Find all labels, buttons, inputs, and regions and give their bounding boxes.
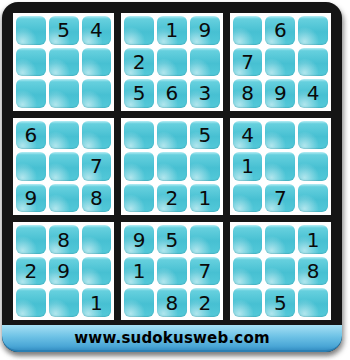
cell-r7c3[interactable] [82,225,112,254]
cell-r9c2[interactable] [49,288,79,317]
cell-r1c3[interactable]: 4 [82,16,112,45]
cell-r7c1[interactable] [16,225,46,254]
cell-r5c7[interactable]: 1 [233,152,263,181]
box-6: 417 [230,118,331,216]
cell-r4c6[interactable]: 5 [190,121,220,150]
cell-r4c2[interactable] [49,121,79,150]
cell-r7c8[interactable] [265,225,295,254]
cell-r7c4[interactable]: 9 [124,225,154,254]
cell-r8c5[interactable] [157,257,187,286]
cell-r9c8[interactable]: 5 [265,288,295,317]
cell-r7c9[interactable]: 1 [298,225,328,254]
box-1: 54 [13,13,114,111]
cell-r3c7[interactable]: 8 [233,79,263,108]
sudoku-grid: 541925636789467985214178291951782185 [13,13,331,320]
cell-r4c9[interactable] [298,121,328,150]
cell-r3c8[interactable]: 9 [265,79,295,108]
cell-r9c6[interactable]: 2 [190,288,220,317]
cell-r8c3[interactable] [82,257,112,286]
cell-r5c3[interactable]: 7 [82,152,112,181]
cell-r5c4[interactable] [124,152,154,181]
cell-r1c8[interactable]: 6 [265,16,295,45]
cell-r2c1[interactable] [16,48,46,77]
cell-r9c9[interactable] [298,288,328,317]
cell-r2c6[interactable] [190,48,220,77]
cell-r4c4[interactable] [124,121,154,150]
cell-r4c8[interactable] [265,121,295,150]
cell-r8c6[interactable]: 7 [190,257,220,286]
cell-r5c5[interactable] [157,152,187,181]
cell-r3c6[interactable]: 3 [190,79,220,108]
box-7: 8291 [13,222,114,320]
cell-r9c1[interactable] [16,288,46,317]
cell-r3c1[interactable] [16,79,46,108]
cell-r6c4[interactable] [124,184,154,213]
sudoku-board: 541925636789467985214178291951782185 www… [2,2,342,352]
cell-r2c4[interactable]: 2 [124,48,154,77]
cell-r1c7[interactable] [233,16,263,45]
cell-r6c7[interactable] [233,184,263,213]
cell-r7c5[interactable]: 5 [157,225,187,254]
cell-r8c7[interactable] [233,257,263,286]
cell-r7c6[interactable] [190,225,220,254]
cell-r1c6[interactable]: 9 [190,16,220,45]
cell-r8c4[interactable]: 1 [124,257,154,286]
cell-r5c6[interactable] [190,152,220,181]
cell-r6c8[interactable]: 7 [265,184,295,213]
site-url[interactable]: www.sudokusweb.com [74,329,269,347]
cell-r8c2[interactable]: 9 [49,257,79,286]
cell-r3c9[interactable]: 4 [298,79,328,108]
cell-r5c8[interactable] [265,152,295,181]
cell-r2c5[interactable] [157,48,187,77]
box-2: 192563 [121,13,222,111]
cell-r2c3[interactable] [82,48,112,77]
cell-r2c9[interactable] [298,48,328,77]
cell-r3c4[interactable]: 5 [124,79,154,108]
footer-banner: www.sudokusweb.com [2,325,342,352]
box-3: 67894 [230,13,331,111]
cell-r4c1[interactable]: 6 [16,121,46,150]
cell-r6c6[interactable]: 1 [190,184,220,213]
cell-r9c7[interactable] [233,288,263,317]
cell-r7c2[interactable]: 8 [49,225,79,254]
cell-r5c1[interactable] [16,152,46,181]
cell-r9c4[interactable] [124,288,154,317]
cell-r4c3[interactable] [82,121,112,150]
cell-r9c5[interactable]: 8 [157,288,187,317]
box-5: 521 [121,118,222,216]
box-4: 6798 [13,118,114,216]
cell-r3c2[interactable] [49,79,79,108]
cell-r1c4[interactable] [124,16,154,45]
cell-r6c5[interactable]: 2 [157,184,187,213]
cell-r1c1[interactable] [16,16,46,45]
cell-r1c9[interactable] [298,16,328,45]
box-8: 951782 [121,222,222,320]
cell-r8c8[interactable] [265,257,295,286]
cell-r5c9[interactable] [298,152,328,181]
cell-r2c2[interactable] [49,48,79,77]
cell-r4c5[interactable] [157,121,187,150]
cell-r7c7[interactable] [233,225,263,254]
cell-r6c2[interactable] [49,184,79,213]
cell-r1c2[interactable]: 5 [49,16,79,45]
cell-r3c3[interactable] [82,79,112,108]
box-9: 185 [230,222,331,320]
cell-r8c9[interactable]: 8 [298,257,328,286]
cell-r9c3[interactable]: 1 [82,288,112,317]
cell-r8c1[interactable]: 2 [16,257,46,286]
cell-r1c5[interactable]: 1 [157,16,187,45]
cell-r6c1[interactable]: 9 [16,184,46,213]
cell-r4c7[interactable]: 4 [233,121,263,150]
cell-r2c8[interactable] [265,48,295,77]
cell-r2c7[interactable]: 7 [233,48,263,77]
cell-r6c3[interactable]: 8 [82,184,112,213]
cell-r3c5[interactable]: 6 [157,79,187,108]
cell-r6c9[interactable] [298,184,328,213]
cell-r5c2[interactable] [49,152,79,181]
